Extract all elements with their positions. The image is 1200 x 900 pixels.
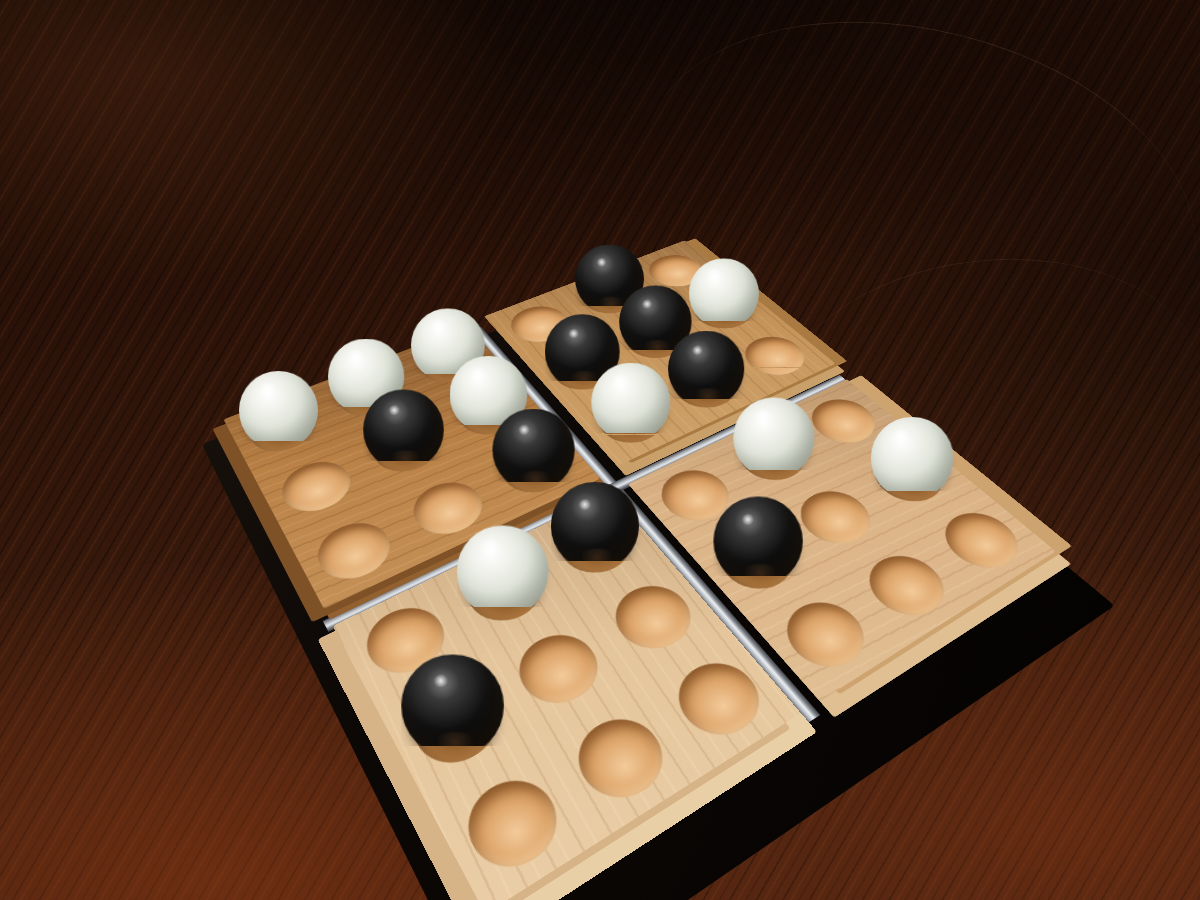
cell-r3-c2 — [525, 492, 666, 603]
white-marble — [591, 362, 670, 441]
black-marble — [551, 482, 639, 570]
white-marble — [239, 371, 318, 450]
black-marble — [363, 389, 444, 470]
dimple — [663, 651, 775, 749]
dimple — [772, 591, 880, 679]
black-marble — [714, 496, 803, 585]
dimple — [733, 330, 816, 383]
white-marble — [733, 398, 814, 479]
black-marble — [668, 330, 744, 406]
black-marble — [492, 409, 574, 491]
dimple — [454, 765, 573, 883]
dimple — [506, 623, 612, 716]
photo-scene — [0, 0, 1200, 900]
white-marble — [689, 258, 759, 328]
dimple — [563, 705, 678, 812]
black-marble — [402, 654, 505, 757]
white-marble — [871, 417, 954, 500]
white-marble — [457, 526, 549, 618]
dimple — [601, 575, 704, 661]
dimple — [308, 513, 402, 590]
